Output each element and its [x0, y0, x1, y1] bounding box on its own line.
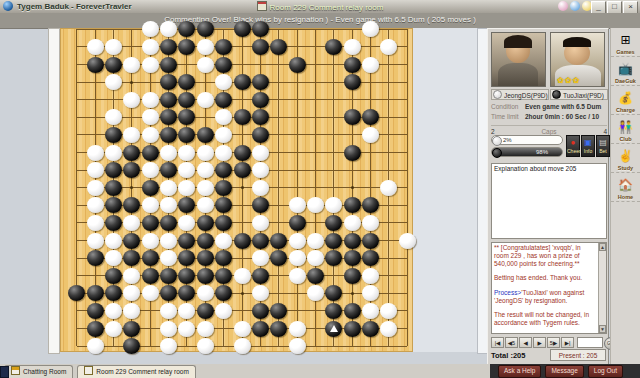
white-stone	[160, 250, 177, 266]
white-stone	[197, 285, 214, 301]
black-stone	[234, 162, 251, 178]
white-stone	[252, 285, 269, 301]
white-stone	[160, 197, 177, 213]
white-stone	[87, 215, 104, 231]
nav-button[interactable]: ▶|	[561, 337, 574, 348]
black-stone	[160, 57, 177, 73]
black-stone	[215, 57, 232, 73]
white-stone	[307, 233, 324, 249]
black-stone	[178, 268, 195, 284]
white-stone	[215, 127, 232, 143]
black-stone	[344, 303, 361, 319]
black-stone	[252, 268, 269, 284]
black-stone	[215, 162, 232, 178]
white-stone	[307, 250, 324, 266]
white-stone-icon	[493, 90, 502, 99]
black-stone-icon	[552, 90, 561, 99]
black-stone	[178, 285, 195, 301]
black-stone	[178, 250, 195, 266]
ask-a-help-button[interactable]: Ask a Help	[498, 365, 541, 378]
black-stone	[87, 321, 104, 337]
tray-icon[interactable]	[570, 1, 580, 11]
strip-home-button[interactable]: 🏠Home	[611, 173, 640, 202]
title-bar: Tygem Baduk - ForeverTravler Room 229 Co…	[0, 0, 640, 14]
room-icon	[257, 1, 267, 11]
white-stone	[362, 268, 379, 284]
scroll-up-arrow: ▲	[599, 243, 606, 251]
black-stone	[344, 250, 361, 266]
black-stone	[178, 197, 195, 213]
white-stone	[234, 321, 251, 337]
white-stone	[252, 250, 269, 266]
charge-icon: 💰	[611, 90, 640, 106]
white-stone	[160, 145, 177, 161]
info-icon: ▣	[582, 136, 594, 148]
black-stone	[234, 21, 251, 37]
white-stone	[87, 145, 104, 161]
black-stone	[197, 233, 214, 249]
white-stone	[252, 145, 269, 161]
white-stone	[178, 215, 195, 231]
black-stone	[325, 303, 342, 319]
white-stone	[87, 233, 104, 249]
cheer-button[interactable]: ●Cheer	[566, 135, 580, 157]
white-stone	[234, 268, 251, 284]
black-stone	[123, 338, 140, 354]
white-stone-icon	[492, 136, 502, 146]
strip-charge-button[interactable]: 💰Charge	[611, 86, 640, 115]
white-stone	[160, 338, 177, 354]
tray-icon[interactable]	[558, 1, 568, 11]
corner-widget	[0, 366, 9, 378]
black-stone	[307, 268, 324, 284]
white-stone	[344, 215, 361, 231]
white-stone	[234, 338, 251, 354]
status-bar: Commenting Over! Black wins by resignati…	[0, 13, 640, 29]
star-point	[351, 292, 354, 295]
move-number-input[interactable]	[577, 337, 603, 348]
white-stone	[123, 215, 140, 231]
study-icon: ✌	[611, 148, 640, 164]
black-stone	[252, 197, 269, 213]
white-stone	[123, 92, 140, 108]
white-stone	[289, 233, 306, 249]
white-stone	[142, 233, 159, 249]
white-stone	[197, 338, 214, 354]
caps-row: 2Caps4	[491, 125, 607, 135]
black-stone	[105, 197, 122, 213]
white-stone	[142, 92, 159, 108]
white-stone	[178, 145, 195, 161]
black-stone	[105, 215, 122, 231]
black-stone	[325, 215, 342, 231]
white-stone	[197, 162, 214, 178]
white-stone	[105, 39, 122, 55]
black-stone	[160, 285, 177, 301]
daeguk-icon: 📺	[611, 61, 640, 77]
black-stone	[215, 215, 232, 231]
black-stone	[142, 268, 159, 284]
black-stone	[344, 233, 361, 249]
black-stone	[325, 250, 342, 266]
black-stone	[160, 109, 177, 125]
white-stone	[142, 162, 159, 178]
white-stone	[105, 233, 122, 249]
black-stone	[178, 109, 195, 125]
bottom-right-buttons: Ask a HelpMessageLog Out	[498, 365, 623, 378]
black-stone	[344, 74, 361, 90]
white-stone	[362, 21, 379, 37]
black-stone	[87, 250, 104, 266]
black-stone	[105, 57, 122, 73]
black-stone	[252, 127, 269, 143]
white-stone	[87, 39, 104, 55]
tab-chatting-room[interactable]: Chatting Room	[4, 365, 73, 378]
white-stone	[160, 321, 177, 337]
black-stone	[178, 92, 195, 108]
white-stone	[178, 321, 195, 337]
white-stone	[142, 39, 159, 55]
black-stone	[252, 74, 269, 90]
white-stone	[252, 180, 269, 196]
total-moves-label: Total :205	[491, 351, 525, 360]
black-stone	[325, 233, 342, 249]
black-stone	[160, 92, 177, 108]
tab-bar: Chatting RoomRoom 229 Comment relay room	[0, 364, 490, 378]
white-stone	[160, 233, 177, 249]
black-stone	[234, 233, 251, 249]
white-stone	[344, 39, 361, 55]
black-stone	[344, 321, 361, 337]
star-point	[241, 186, 244, 189]
nav-button[interactable]: |◀	[491, 337, 504, 348]
chat-messages: ** [Congratulatates] 'xvqqb', in room 22…	[494, 244, 596, 327]
black-stone	[197, 215, 214, 231]
black-player-name[interactable]: TuoJiaxi(P9D)	[550, 89, 608, 100]
chat-scrollbar[interactable]: ▲ ▼	[598, 243, 606, 333]
white-stone	[160, 180, 177, 196]
chat-message: The result will not be changed, in accor…	[494, 311, 596, 327]
white-stone	[142, 109, 159, 125]
white-stone	[362, 285, 379, 301]
nav-button[interactable]: ◀5	[505, 337, 518, 348]
white-stone	[123, 268, 140, 284]
star-point	[130, 186, 133, 189]
black-stone	[252, 109, 269, 125]
cheer-flowers: ✿✿✿	[557, 76, 580, 85]
white-stone	[197, 145, 214, 161]
black-stone	[270, 39, 287, 55]
white-stone	[123, 57, 140, 73]
nav-button[interactable]: 5▶	[547, 337, 560, 348]
white-stone	[197, 39, 214, 55]
white-stone	[142, 285, 159, 301]
tab-room-229[interactable]: Room 229 Comment relay room	[77, 365, 195, 378]
white-stone	[362, 215, 379, 231]
bet-button[interactable]: ▤Bet	[596, 135, 610, 157]
black-stone	[123, 197, 140, 213]
black-stone	[87, 303, 104, 319]
white-stone	[178, 180, 195, 196]
black-stone	[87, 57, 104, 73]
white-stone	[142, 127, 159, 143]
condition-row: ConditionEven game with 6.5 Dum	[491, 103, 607, 110]
black-stone	[215, 92, 232, 108]
black-stone	[197, 268, 214, 284]
white-stone	[87, 338, 104, 354]
white-stone	[197, 92, 214, 108]
white-stone	[123, 127, 140, 143]
collapsed-side-panel	[48, 28, 60, 354]
log-out-button[interactable]: Log Out	[588, 365, 623, 378]
black-stone	[123, 250, 140, 266]
scroll-down-arrow: ▼	[599, 325, 606, 333]
black-stone	[142, 215, 159, 231]
white-stone	[105, 74, 122, 90]
white-stone	[252, 162, 269, 178]
chat-message: Betting has ended. Thank you.	[494, 274, 596, 282]
black-stone	[362, 109, 379, 125]
black-stone	[344, 268, 361, 284]
black-stone	[105, 285, 122, 301]
black-stone	[160, 39, 177, 55]
white-stone	[215, 74, 232, 90]
white-stone	[178, 162, 195, 178]
black-stone	[362, 233, 379, 249]
black-stone	[123, 145, 140, 161]
white-stone	[197, 197, 214, 213]
black-stone	[197, 21, 214, 37]
black-stone	[197, 250, 214, 266]
white-stone	[362, 127, 379, 143]
white-stone	[142, 21, 159, 37]
black-stone	[362, 250, 379, 266]
black-stone	[160, 215, 177, 231]
go-board[interactable]	[60, 28, 413, 352]
black-stone	[215, 268, 232, 284]
cheer-icon: ●	[567, 136, 579, 148]
last-move-marker	[330, 325, 338, 332]
white-stone	[252, 215, 269, 231]
black-stone	[178, 39, 195, 55]
white-stone	[380, 39, 397, 55]
present-move-box: Present : 205	[550, 349, 606, 361]
black-stone	[215, 197, 232, 213]
white-stone	[289, 338, 306, 354]
explanation-box[interactable]: Explanation about move 205	[491, 163, 607, 239]
black-stone	[142, 250, 159, 266]
bottom-bar: Chatting RoomRoom 229 Comment relay room…	[0, 364, 640, 378]
chat-box[interactable]: ** [Congratulatates] 'xvqqb', in room 22…	[491, 242, 607, 334]
white-stone	[289, 268, 306, 284]
white-stone	[325, 197, 342, 213]
star-point	[351, 186, 354, 189]
black-stone	[215, 39, 232, 55]
black-stone	[105, 127, 122, 143]
bet-icon: ▤	[597, 136, 609, 148]
games-icon: ⊞	[611, 32, 640, 48]
game-info-panel: ✿✿✿ JeongDS(P9D) TuoJiaxi(P9D) Condition…	[487, 28, 609, 370]
black-stone	[270, 321, 287, 337]
black-cheer-bar: 98%	[491, 147, 563, 157]
black-stone	[344, 109, 361, 125]
black-stone	[362, 321, 379, 337]
black-stone	[197, 303, 214, 319]
white-player-photo	[491, 32, 546, 87]
chat-message: ** [Congratulatates] 'xvqqb', in room 22…	[494, 244, 596, 268]
black-stone	[178, 74, 195, 90]
black-stone	[123, 233, 140, 249]
black-stone	[178, 21, 195, 37]
black-stone	[325, 285, 342, 301]
black-stone	[68, 285, 85, 301]
room-title: Room 229 Comment relay room	[0, 1, 640, 12]
black-stone	[215, 180, 232, 196]
black-stone	[344, 57, 361, 73]
black-stone	[252, 21, 269, 37]
white-stone	[215, 233, 232, 249]
white-stone	[215, 145, 232, 161]
grid-icon	[84, 366, 93, 375]
black-stone	[344, 197, 361, 213]
white-stone	[380, 180, 397, 196]
white-stone	[197, 180, 214, 196]
home-icon	[11, 366, 20, 375]
black-player-photo: ✿✿✿	[550, 32, 605, 87]
black-stone	[123, 321, 140, 337]
white-stone	[123, 285, 140, 301]
black-stone	[178, 127, 195, 143]
white-stone	[197, 57, 214, 73]
white-stone	[160, 21, 177, 37]
black-stone	[197, 127, 214, 143]
strip-games-button[interactable]: ⊞Games	[611, 28, 640, 57]
black-stone	[344, 145, 361, 161]
white-stone	[178, 303, 195, 319]
white-stone	[105, 321, 122, 337]
black-stone	[160, 162, 177, 178]
chat-message: Process>'TuoJiaxi' won against 'JeongDS'…	[494, 289, 596, 305]
white-stone	[289, 197, 306, 213]
white-stone	[362, 57, 379, 73]
black-stone-icon	[492, 148, 502, 158]
message-button[interactable]: Message	[545, 365, 583, 378]
info-button[interactable]: ▣Info	[581, 135, 595, 157]
black-stone	[142, 180, 159, 196]
black-stone	[234, 109, 251, 125]
white-stone	[87, 180, 104, 196]
black-stone	[142, 145, 159, 161]
side-icon-strip: ⊞Games📺DaeGuk💰Charge👫Club✌Study🏠Home	[610, 28, 640, 370]
home-icon: 🏠	[611, 177, 640, 193]
nav-button[interactable]: ▶	[533, 337, 546, 348]
star-point	[130, 81, 133, 84]
total-row: Total :205 Present : 205	[491, 351, 607, 360]
nav-button[interactable]: ◀	[519, 337, 532, 348]
white-stone	[289, 321, 306, 337]
black-stone	[215, 285, 232, 301]
black-stone	[252, 92, 269, 108]
star-point	[241, 292, 244, 295]
white-cheer-bar: 2%	[491, 135, 563, 145]
black-stone	[160, 268, 177, 284]
black-stone	[160, 74, 177, 90]
white-stone	[215, 109, 232, 125]
black-stone	[87, 285, 104, 301]
strip-club-button[interactable]: 👫Club	[611, 115, 640, 144]
black-stone	[252, 303, 269, 319]
black-stone	[289, 57, 306, 73]
white-stone	[307, 197, 324, 213]
black-stone	[215, 250, 232, 266]
black-stone	[123, 162, 140, 178]
black-stone	[105, 268, 122, 284]
black-stone	[160, 127, 177, 143]
black-stone	[105, 180, 122, 196]
white-stone	[160, 303, 177, 319]
white-stone	[87, 162, 104, 178]
black-stone	[105, 162, 122, 178]
black-stone	[234, 145, 251, 161]
white-stone	[197, 321, 214, 337]
black-stone	[270, 250, 287, 266]
black-stone	[252, 39, 269, 55]
black-stone	[362, 197, 379, 213]
black-stone	[252, 233, 269, 249]
white-stone	[105, 303, 122, 319]
time-limit-row: Time limit2hour 0min : 60 Sec / 10	[491, 113, 607, 120]
white-stone	[123, 303, 140, 319]
white-stone	[142, 197, 159, 213]
white-stone	[105, 250, 122, 266]
white-player-name[interactable]: JeongDS(P9D)	[491, 89, 549, 100]
black-stone	[234, 74, 251, 90]
white-stone	[399, 233, 416, 249]
white-stone	[380, 321, 397, 337]
white-stone	[307, 285, 324, 301]
white-stone	[105, 145, 122, 161]
white-stone	[105, 109, 122, 125]
black-stone	[252, 321, 269, 337]
white-stone	[87, 197, 104, 213]
strip-study-button[interactable]: ✌Study	[611, 144, 640, 173]
board-right-gap	[413, 28, 487, 352]
black-stone	[270, 233, 287, 249]
black-stone	[325, 39, 342, 55]
white-stone	[380, 303, 397, 319]
club-icon: 👫	[611, 119, 640, 135]
black-stone	[178, 233, 195, 249]
tray-icons	[558, 1, 592, 11]
white-stone	[215, 303, 232, 319]
white-stone	[289, 250, 306, 266]
black-stone	[289, 215, 306, 231]
strip-daeguk-button[interactable]: 📺DaeGuk	[611, 57, 640, 86]
black-stone	[270, 303, 287, 319]
white-stone	[362, 303, 379, 319]
white-stone	[142, 57, 159, 73]
